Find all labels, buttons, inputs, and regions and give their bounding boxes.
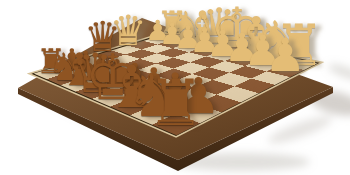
shadow-piece-streaks bbox=[326, 61, 350, 83]
chess-set-product-photo: ♜♞♝♛♚♝♞♜♟♟♟♟♟♟♟♟♟♟♟♟♟♟♟♟♜♞♝♛♚♝♞♜♛♛ bbox=[0, 0, 350, 175]
